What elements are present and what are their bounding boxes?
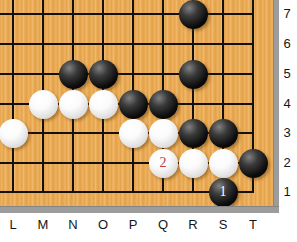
- grid-line-horizontal-6: [0, 43, 254, 45]
- stone-black-T2[interactable]: [239, 149, 268, 178]
- go-board[interactable]: 21: [0, 0, 273, 206]
- board-edge-bottom: [0, 206, 279, 213]
- column-label-P: P: [122, 216, 144, 234]
- go-board-screenshot: 21 LMNOPQRST 7654321: [0, 0, 297, 242]
- move-number-label: 2: [160, 156, 167, 170]
- stone-white-R2[interactable]: [179, 149, 208, 178]
- stone-white-P3[interactable]: [119, 119, 148, 148]
- stone-white-L3[interactable]: [0, 119, 28, 148]
- stone-black-R7[interactable]: [179, 0, 208, 29]
- row-label-7: 7: [277, 5, 297, 23]
- row-label-5: 5: [277, 65, 297, 83]
- grid-line-horizontal-5: [0, 73, 254, 75]
- row-label-6: 6: [277, 35, 297, 53]
- row-label-1: 1: [277, 183, 297, 201]
- grid-line-horizontal-7: [0, 13, 254, 15]
- stone-white-M4[interactable]: [29, 90, 58, 119]
- column-label-N: N: [62, 216, 84, 234]
- column-label-L: L: [2, 216, 24, 234]
- stone-white-S2[interactable]: [209, 149, 238, 178]
- stone-white-Q3[interactable]: [149, 119, 178, 148]
- column-label-S: S: [212, 216, 234, 234]
- grid-line-vertical-L: [12, 0, 14, 193]
- stone-white-Q2[interactable]: 2: [149, 149, 178, 178]
- stone-black-O5[interactable]: [89, 60, 118, 89]
- stone-black-N5[interactable]: [59, 60, 88, 89]
- stone-black-R5[interactable]: [179, 60, 208, 89]
- row-label-3: 3: [277, 124, 297, 142]
- stone-white-N4[interactable]: [59, 90, 88, 119]
- row-label-2: 2: [277, 154, 297, 172]
- move-number-label: 1: [220, 185, 227, 199]
- column-label-O: O: [92, 216, 114, 234]
- column-label-T: T: [242, 216, 264, 234]
- stone-black-Q4[interactable]: [149, 90, 178, 119]
- stone-black-S3[interactable]: [209, 119, 238, 148]
- stone-black-P4[interactable]: [119, 90, 148, 119]
- stone-black-S1[interactable]: 1: [209, 178, 238, 207]
- stone-white-O4[interactable]: [89, 90, 118, 119]
- column-label-Q: Q: [152, 216, 174, 234]
- stone-black-R3[interactable]: [179, 119, 208, 148]
- row-label-4: 4: [277, 95, 297, 113]
- column-label-R: R: [182, 216, 204, 234]
- column-label-M: M: [32, 216, 54, 234]
